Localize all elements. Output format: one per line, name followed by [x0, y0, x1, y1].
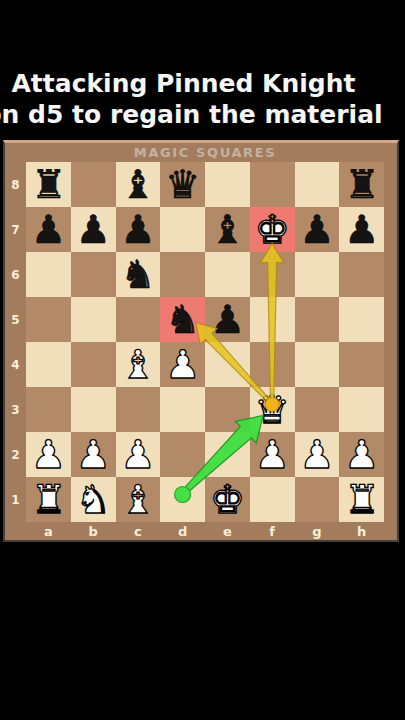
black-bishop: ♝ [210, 207, 245, 252]
square-f3[interactable]: ♛ [250, 387, 295, 432]
square-c6[interactable]: ♞ [116, 252, 161, 297]
file-label-h: h [339, 522, 384, 540]
square-c7[interactable]: ♟ [116, 207, 161, 252]
square-b1[interactable]: ♞ [71, 477, 116, 522]
square-d8[interactable]: ♛ [160, 162, 205, 207]
square-d3[interactable] [160, 387, 205, 432]
rank-label-7: 7 [5, 207, 26, 252]
black-pawn: ♟ [299, 207, 334, 252]
square-d6[interactable] [160, 252, 205, 297]
square-f6[interactable] [250, 252, 295, 297]
square-b7[interactable]: ♟ [71, 207, 116, 252]
video-frame: Attacking Pinned Knight on d5 to regain … [0, 0, 405, 720]
chess-board: ♜♝♛♜♟♟♟♝♚♟♟♞♞♟♝♟♛♟♟♟♟♟♟♜♞♝♚♜ [26, 162, 384, 522]
square-e8[interactable] [205, 162, 250, 207]
square-h8[interactable]: ♜ [339, 162, 384, 207]
square-a8[interactable]: ♜ [26, 162, 71, 207]
white-king: ♚ [210, 477, 245, 522]
square-g4[interactable] [295, 342, 340, 387]
square-a1[interactable]: ♜ [26, 477, 71, 522]
white-pawn: ♟ [76, 432, 111, 477]
square-b4[interactable] [71, 342, 116, 387]
white-queen: ♛ [255, 387, 290, 432]
square-c1[interactable]: ♝ [116, 477, 161, 522]
square-h2[interactable]: ♟ [339, 432, 384, 477]
file-label-e: e [205, 522, 250, 540]
rank-label-4: 4 [5, 342, 26, 387]
square-e6[interactable] [205, 252, 250, 297]
rank-label-1: 1 [5, 477, 26, 522]
title-line-2: on d5 to regain the material [0, 99, 386, 130]
board-title: MAGIC SQUARES [26, 143, 384, 162]
black-knight: ♞ [120, 252, 155, 297]
square-a7[interactable]: ♟ [26, 207, 71, 252]
square-f1[interactable] [250, 477, 295, 522]
white-pawn: ♟ [299, 432, 334, 477]
rank-label-2: 2 [5, 432, 26, 477]
rank-label-5: 5 [5, 297, 26, 342]
square-g1[interactable] [295, 477, 340, 522]
file-label-b: b [71, 522, 116, 540]
square-h5[interactable] [339, 297, 384, 342]
square-a3[interactable] [26, 387, 71, 432]
square-b2[interactable]: ♟ [71, 432, 116, 477]
black-knight: ♞ [165, 297, 200, 342]
square-g5[interactable] [295, 297, 340, 342]
square-e1[interactable]: ♚ [205, 477, 250, 522]
square-c5[interactable] [116, 297, 161, 342]
white-bishop: ♝ [120, 342, 155, 387]
black-rook: ♜ [344, 162, 379, 207]
file-label-g: g [295, 522, 340, 540]
file-labels: abcdefgh [26, 522, 384, 540]
square-e4[interactable] [205, 342, 250, 387]
square-f2[interactable]: ♟ [250, 432, 295, 477]
square-e5[interactable]: ♟ [205, 297, 250, 342]
square-b5[interactable] [71, 297, 116, 342]
square-h1[interactable]: ♜ [339, 477, 384, 522]
square-f8[interactable] [250, 162, 295, 207]
white-pawn: ♟ [344, 432, 379, 477]
white-pawn: ♟ [120, 432, 155, 477]
square-c4[interactable]: ♝ [116, 342, 161, 387]
black-pawn: ♟ [210, 297, 245, 342]
square-a2[interactable]: ♟ [26, 432, 71, 477]
white-king: ♚ [255, 207, 290, 252]
square-h3[interactable] [339, 387, 384, 432]
title-line-1: Attacking Pinned Knight [0, 68, 386, 99]
white-rook: ♜ [344, 477, 379, 522]
square-a4[interactable] [26, 342, 71, 387]
file-label-d: d [160, 522, 205, 540]
square-f7[interactable]: ♚ [250, 207, 295, 252]
file-label-f: f [250, 522, 295, 540]
square-d7[interactable] [160, 207, 205, 252]
square-g8[interactable] [295, 162, 340, 207]
square-b3[interactable] [71, 387, 116, 432]
square-b8[interactable] [71, 162, 116, 207]
white-bishop: ♝ [120, 477, 155, 522]
chess-board-frame: MAGIC SQUARES 87654321 ♜♝♛♜♟♟♟♝♚♟♟♞♞♟♝♟♛… [3, 140, 399, 542]
white-pawn: ♟ [165, 342, 200, 387]
square-b6[interactable] [71, 252, 116, 297]
rank-labels: 87654321 [5, 162, 26, 522]
square-c8[interactable]: ♝ [116, 162, 161, 207]
black-bishop: ♝ [120, 162, 155, 207]
white-rook: ♜ [31, 477, 66, 522]
square-e7[interactable]: ♝ [205, 207, 250, 252]
square-c3[interactable] [116, 387, 161, 432]
white-knight: ♞ [76, 477, 111, 522]
square-a6[interactable] [26, 252, 71, 297]
square-f4[interactable] [250, 342, 295, 387]
white-pawn: ♟ [31, 432, 66, 477]
square-a5[interactable] [26, 297, 71, 342]
black-pawn: ♟ [76, 207, 111, 252]
rank-label-3: 3 [5, 387, 26, 432]
black-pawn: ♟ [344, 207, 379, 252]
square-h4[interactable] [339, 342, 384, 387]
square-h6[interactable] [339, 252, 384, 297]
square-d2[interactable] [160, 432, 205, 477]
black-rook: ♜ [31, 162, 66, 207]
square-f5[interactable] [250, 297, 295, 342]
square-h7[interactable]: ♟ [339, 207, 384, 252]
file-label-a: a [26, 522, 71, 540]
square-g3[interactable] [295, 387, 340, 432]
rank-label-8: 8 [5, 162, 26, 207]
square-d1[interactable] [160, 477, 205, 522]
square-d5[interactable]: ♞ [160, 297, 205, 342]
square-g7[interactable]: ♟ [295, 207, 340, 252]
file-label-c: c [116, 522, 161, 540]
white-pawn: ♟ [255, 432, 290, 477]
rank-label-6: 6 [5, 252, 26, 297]
black-pawn: ♟ [120, 207, 155, 252]
square-e2[interactable] [205, 432, 250, 477]
square-e3[interactable] [205, 387, 250, 432]
square-g6[interactable] [295, 252, 340, 297]
black-queen: ♛ [165, 162, 200, 207]
square-d4[interactable]: ♟ [160, 342, 205, 387]
video-title: Attacking Pinned Knight on d5 to regain … [0, 68, 386, 130]
black-pawn: ♟ [31, 207, 66, 252]
square-g2[interactable]: ♟ [295, 432, 340, 477]
square-c2[interactable]: ♟ [116, 432, 161, 477]
